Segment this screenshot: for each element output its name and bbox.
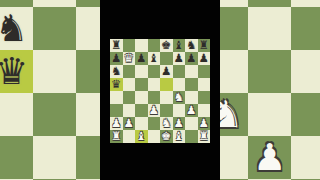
black-pawn-f7[interactable]: ♟ [174, 52, 184, 65]
square-h1[interactable]: ♜ [198, 130, 211, 143]
square-b6 [33, 7, 76, 50]
white-pawn-b2[interactable]: ♟ [124, 117, 134, 130]
square-b3 [33, 136, 76, 179]
square-g7[interactable]: ♟ [185, 52, 198, 65]
white-knight-f4[interactable]: ♞ [174, 91, 184, 104]
square-a6: ♞ [0, 7, 33, 50]
white-bishop-c1[interactable]: ♝ [136, 130, 146, 143]
chess-board[interactable]: ♜♚♝♞♜♟♛♟♝♟♟♟♞♟♛♞♟♟♟♟♞♟♟♜♝♚♝♜ [110, 39, 210, 143]
square-h7: ♟ [291, 0, 320, 7]
square-c6[interactable] [135, 65, 148, 78]
square-f7[interactable]: ♟ [173, 52, 186, 65]
square-f4[interactable]: ♞ [173, 91, 186, 104]
square-f6[interactable] [173, 65, 186, 78]
square-e5[interactable] [160, 78, 173, 91]
white-queen-b7[interactable]: ♛ [124, 52, 134, 65]
square-g3: ♟ [248, 136, 291, 179]
square-b5 [33, 50, 76, 93]
square-a7: ♟ [0, 0, 33, 7]
square-a4[interactable] [110, 91, 123, 104]
white-queen-b7: ♛ [38, 0, 71, 7]
black-pawn-c7[interactable]: ♟ [136, 52, 146, 65]
black-pawn-h7: ♟ [296, 0, 320, 7]
square-e1[interactable]: ♚ [160, 130, 173, 143]
square-g2 [248, 179, 291, 180]
square-d7[interactable]: ♝ [148, 52, 161, 65]
square-b2[interactable]: ♟ [123, 117, 136, 130]
square-g4 [248, 93, 291, 136]
square-g5 [248, 50, 291, 93]
black-king-e8[interactable]: ♚ [161, 39, 171, 52]
square-e6[interactable]: ♟ [160, 65, 173, 78]
square-b2: ♟ [33, 179, 76, 180]
square-d2[interactable] [148, 117, 161, 130]
square-c5[interactable] [135, 78, 148, 91]
white-pawn-g3[interactable]: ♟ [186, 104, 196, 117]
square-a2: ♟ [0, 179, 33, 180]
square-c7[interactable]: ♟ [135, 52, 148, 65]
white-pawn-d3[interactable]: ♟ [149, 104, 159, 117]
square-a5[interactable]: ♛ [110, 78, 123, 91]
black-pawn-h7[interactable]: ♟ [199, 52, 209, 65]
white-pawn-a2: ♟ [0, 179, 28, 180]
square-d1[interactable] [148, 130, 161, 143]
square-d6[interactable] [148, 65, 161, 78]
square-f1[interactable]: ♝ [173, 130, 186, 143]
square-g3[interactable]: ♟ [185, 104, 198, 117]
square-d5[interactable] [148, 78, 161, 91]
square-h3 [291, 136, 320, 179]
square-h4[interactable] [198, 91, 211, 104]
square-h7[interactable]: ♟ [198, 52, 211, 65]
square-b4[interactable] [123, 91, 136, 104]
square-h6 [291, 7, 320, 50]
square-a5: ♛ [0, 50, 33, 93]
square-c4[interactable] [135, 91, 148, 104]
black-bishop-d7[interactable]: ♝ [149, 52, 159, 65]
white-rook-h1[interactable]: ♜ [199, 130, 209, 143]
white-rook-a1[interactable]: ♜ [111, 130, 121, 143]
white-pawn-b2: ♟ [38, 179, 71, 180]
white-pawn-h2: ♟ [296, 179, 320, 180]
square-g6 [248, 7, 291, 50]
white-bishop-f1[interactable]: ♝ [174, 130, 184, 143]
white-king-e1[interactable]: ♚ [161, 130, 171, 143]
square-e8[interactable]: ♚ [160, 39, 173, 52]
square-b1[interactable] [123, 130, 136, 143]
square-g7: ♟ [248, 0, 291, 7]
black-knight-a6: ♞ [0, 7, 28, 50]
square-b4 [33, 93, 76, 136]
square-b7[interactable]: ♛ [123, 52, 136, 65]
square-a3 [0, 136, 33, 179]
square-g2[interactable] [185, 117, 198, 130]
square-d3[interactable]: ♟ [148, 104, 161, 117]
square-g6[interactable] [185, 65, 198, 78]
square-b5[interactable] [123, 78, 136, 91]
white-pawn-g3: ♟ [253, 136, 286, 179]
black-pawn-g7: ♟ [253, 0, 286, 7]
square-a1[interactable]: ♜ [110, 130, 123, 143]
black-pawn-a7: ♟ [0, 0, 28, 7]
square-a4 [0, 93, 33, 136]
black-queen-a5: ♛ [0, 50, 28, 93]
square-e4[interactable] [160, 91, 173, 104]
square-c3[interactable] [135, 104, 148, 117]
square-c1[interactable]: ♝ [135, 130, 148, 143]
square-h4 [291, 93, 320, 136]
square-b6[interactable] [123, 65, 136, 78]
video-frame: ♜♚♝♞♜♟♛♟♝♟♟♟♞♟♛♞♟♟♟♟♞♟♟♜♝♚♝♜ ♜♚♝♞♜♟♛♟♝♟♟… [0, 0, 320, 180]
square-h5[interactable] [198, 78, 211, 91]
black-pawn-e6[interactable]: ♟ [161, 65, 171, 78]
square-h2: ♟ [291, 179, 320, 180]
square-g1[interactable] [185, 130, 198, 143]
square-g5[interactable] [185, 78, 198, 91]
square-h5 [291, 50, 320, 93]
square-h6[interactable] [198, 65, 211, 78]
black-queen-a5[interactable]: ♛ [111, 78, 121, 91]
square-b7: ♛ [33, 0, 76, 7]
black-pawn-g7[interactable]: ♟ [186, 52, 196, 65]
